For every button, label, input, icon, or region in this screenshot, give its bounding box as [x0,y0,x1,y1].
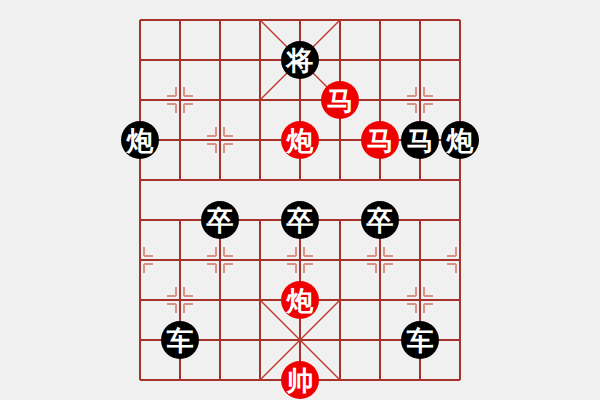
piece-black-chariot[interactable]: 车 [161,321,199,359]
piece-red-cannon[interactable]: 炮 [281,281,319,319]
piece-black-horse[interactable]: 马 [401,121,439,159]
piece-red-cannon[interactable]: 炮 [281,121,319,159]
piece-black-cannon[interactable]: 炮 [441,121,479,159]
pieces-layer: 将马炮炮马马炮卒卒卒炮车车帅 [0,0,600,400]
piece-red-horse[interactable]: 马 [321,81,359,119]
xiangqi-screenshot: 将马炮炮马马炮卒卒卒炮车车帅 [0,0,600,400]
piece-black-cannon[interactable]: 炮 [121,121,159,159]
piece-black-pawn[interactable]: 卒 [201,201,239,239]
piece-black-general[interactable]: 将 [281,41,319,79]
piece-black-chariot[interactable]: 车 [401,321,439,359]
piece-red-horse[interactable]: 马 [361,121,399,159]
piece-black-pawn[interactable]: 卒 [361,201,399,239]
piece-black-pawn[interactable]: 卒 [281,201,319,239]
piece-red-general[interactable]: 帅 [281,361,319,399]
